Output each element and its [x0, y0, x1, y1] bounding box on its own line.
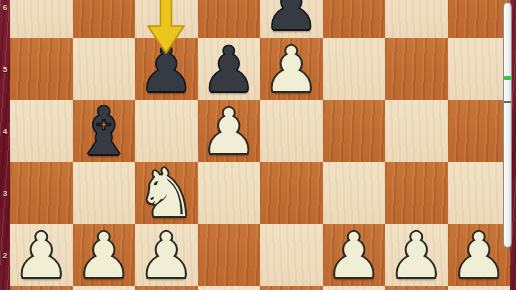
white-pawn-h2[interactable]: ♟ [448, 224, 511, 286]
board-frame-left [0, 0, 10, 290]
piece-glyph: ♟ [326, 225, 382, 287]
square-h6[interactable] [448, 0, 511, 38]
rank-label-4: 4 [0, 127, 10, 136]
white-knight-c3[interactable]: ♞ [135, 162, 198, 224]
piece-glyph: ♟ [451, 225, 507, 287]
square-f6[interactable] [323, 0, 386, 38]
piece-glyph: ♟ [201, 101, 257, 163]
scrollbar-divider-line [504, 101, 511, 103]
square-a5[interactable] [10, 38, 73, 100]
square-e2[interactable] [260, 224, 323, 286]
piece-glyph: ♟ [388, 225, 444, 287]
square-b5[interactable] [73, 38, 136, 100]
white-pawn-e5[interactable]: ♟ [260, 38, 323, 100]
rank-label-5: 5 [0, 65, 10, 74]
square-h2[interactable]: ♟ [448, 224, 511, 286]
rank-label-6: 6 [0, 3, 10, 12]
piece-glyph: ♟ [138, 225, 194, 287]
scrollbar[interactable] [503, 2, 512, 248]
square-d2[interactable] [198, 224, 261, 286]
square-h5[interactable] [448, 38, 511, 100]
square-c4[interactable] [135, 100, 198, 162]
rank-label-3: 3 [0, 189, 10, 198]
square-h4[interactable] [448, 100, 511, 162]
square-a3[interactable] [10, 162, 73, 224]
square-b2[interactable]: ♟ [73, 224, 136, 286]
piece-glyph: ♟ [13, 225, 69, 287]
last-move-arrow [145, 0, 188, 56]
square-g5[interactable] [385, 38, 448, 100]
square-c3[interactable]: ♞ [135, 162, 198, 224]
square-b6[interactable] [73, 0, 136, 38]
square-b3[interactable] [73, 162, 136, 224]
piece-glyph: ♟ [76, 225, 132, 287]
square-e4[interactable] [260, 100, 323, 162]
square-g2[interactable]: ♟ [385, 224, 448, 286]
square-h3[interactable] [448, 162, 511, 224]
scrollbar-green-marker [504, 76, 511, 80]
white-pawn-a2[interactable]: ♟ [10, 224, 73, 286]
square-f5[interactable] [323, 38, 386, 100]
square-d3[interactable] [198, 162, 261, 224]
piece-glyph: ♝ [74, 99, 133, 165]
square-b4[interactable]: ♝ [73, 100, 136, 162]
square-f2[interactable]: ♟ [323, 224, 386, 286]
square-a2[interactable]: ♟ [10, 224, 73, 286]
black-bishop-b4[interactable]: ♝ [73, 100, 136, 162]
white-pawn-b2[interactable]: ♟ [73, 224, 136, 286]
chess-app: ♟♟♟♟♝♟♞♟♟♟♟♟♟ 65432 [0, 0, 516, 290]
piece-glyph: ♟ [263, 39, 319, 101]
white-pawn-g2[interactable]: ♟ [385, 224, 448, 286]
square-e1[interactable] [260, 286, 323, 290]
white-pawn-c2[interactable]: ♟ [135, 224, 198, 286]
white-pawn-f2[interactable]: ♟ [323, 224, 386, 286]
square-g3[interactable] [385, 162, 448, 224]
square-a4[interactable] [10, 100, 73, 162]
square-a6[interactable] [10, 0, 73, 38]
square-d1[interactable] [198, 286, 261, 290]
piece-glyph: ♞ [137, 161, 196, 227]
piece-glyph: ♟ [201, 39, 257, 101]
chess-board[interactable]: ♟♟♟♟♝♟♞♟♟♟♟♟♟ [10, 0, 510, 290]
square-e3[interactable] [260, 162, 323, 224]
square-e5[interactable]: ♟ [260, 38, 323, 100]
rank-label-2: 2 [0, 251, 10, 260]
square-g4[interactable] [385, 100, 448, 162]
last-move-arrow-shape [148, 0, 184, 53]
square-f4[interactable] [323, 100, 386, 162]
square-d4[interactable]: ♟ [198, 100, 261, 162]
square-f3[interactable] [323, 162, 386, 224]
square-d5[interactable]: ♟ [198, 38, 261, 100]
square-c2[interactable]: ♟ [135, 224, 198, 286]
white-pawn-d4[interactable]: ♟ [198, 100, 261, 162]
black-pawn-d5[interactable]: ♟ [198, 38, 261, 100]
square-g6[interactable] [385, 0, 448, 38]
